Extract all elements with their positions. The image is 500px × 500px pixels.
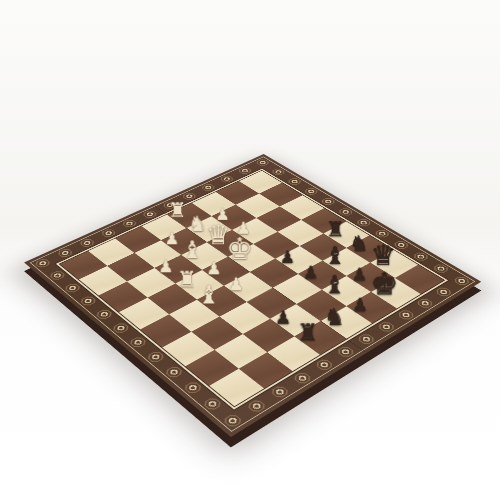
product-photo-scene: ♜♞♛♝♟♚♟♟♟♟♝♟♜♞♛♚♞♟♝♟♟♟♜♟♜♝: [0, 0, 500, 500]
square-h5: ♞: [321, 306, 372, 338]
chess-board: ♜♞♛♝♟♚♟♟♟♟♝♟♜♞♛♚♞♟♝♟♟♟♜♟♜♝: [24, 154, 481, 437]
square-a1: [60, 251, 107, 279]
chess-board-grid: ♜♞♛♝♟♚♟♟♟♟♝♟♜♞♛♚♞♟♝♟♟♟♜♟♜♝: [60, 171, 444, 407]
brass-latch-icon: [127, 211, 146, 221]
square-c1: [99, 281, 148, 312]
square-h8: [395, 265, 444, 294]
white-pawn: ♟: [197, 260, 231, 277]
board-ornate-border: ♜♞♛♝♟♚♟♟♟♟♝♟♜♞♛♚♞♟♝♟♟♟♜♟♜♝: [24, 154, 481, 437]
square-d8: [301, 208, 346, 233]
